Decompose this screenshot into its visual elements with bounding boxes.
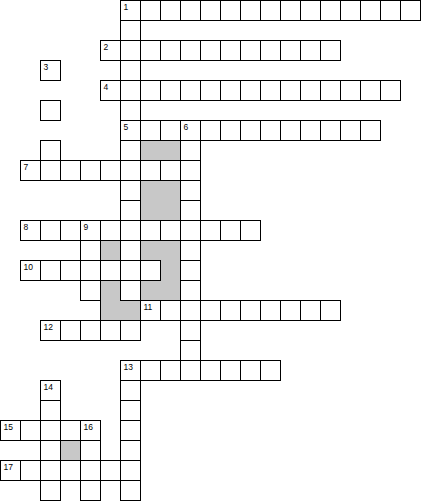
cell[interactable]	[240, 0, 261, 21]
cell[interactable]	[100, 40, 121, 61]
cell[interactable]	[20, 420, 41, 441]
shaded-cell	[140, 280, 161, 301]
cell[interactable]	[120, 120, 141, 141]
cell[interactable]	[140, 0, 161, 21]
cell[interactable]	[220, 80, 241, 101]
cell[interactable]	[360, 0, 381, 21]
cell[interactable]	[120, 20, 141, 41]
cell[interactable]	[120, 280, 141, 301]
cell[interactable]	[140, 220, 161, 241]
cell[interactable]	[180, 180, 201, 201]
cell[interactable]	[60, 420, 81, 441]
cell[interactable]	[180, 0, 201, 21]
cell[interactable]	[80, 440, 101, 461]
cell[interactable]	[40, 160, 61, 181]
cell[interactable]	[120, 180, 141, 201]
cell[interactable]	[140, 160, 161, 181]
cell[interactable]	[240, 220, 261, 241]
cell[interactable]	[380, 80, 401, 101]
shaded-cell	[140, 140, 161, 161]
cell[interactable]	[280, 300, 301, 321]
cell[interactable]	[120, 440, 141, 461]
cell[interactable]	[140, 120, 161, 141]
cell[interactable]	[140, 260, 161, 281]
shaded-cell	[140, 200, 161, 221]
cell[interactable]	[280, 120, 301, 141]
shaded-cell	[160, 240, 181, 261]
shaded-cell	[160, 140, 181, 161]
cell[interactable]	[100, 260, 121, 281]
cell[interactable]	[200, 80, 221, 101]
cell[interactable]	[180, 140, 201, 161]
cell[interactable]	[240, 80, 261, 101]
cell[interactable]	[80, 240, 101, 261]
cell[interactable]	[160, 0, 181, 21]
cell[interactable]	[80, 220, 101, 241]
cell[interactable]	[160, 220, 181, 241]
cell[interactable]	[120, 160, 141, 181]
cell[interactable]	[100, 160, 121, 181]
shaded-cell	[120, 300, 141, 321]
cell[interactable]	[240, 300, 261, 321]
cell[interactable]	[60, 460, 81, 481]
shaded-cell	[160, 260, 181, 281]
cell[interactable]	[240, 120, 261, 141]
cell[interactable]	[220, 300, 241, 321]
cell[interactable]	[180, 200, 201, 221]
cell[interactable]	[160, 300, 181, 321]
cell[interactable]	[20, 460, 41, 481]
cell[interactable]	[120, 80, 141, 101]
cell[interactable]	[40, 480, 61, 501]
cell[interactable]	[240, 360, 261, 381]
cell[interactable]	[120, 240, 141, 261]
cell[interactable]	[320, 80, 341, 101]
cell[interactable]	[140, 300, 161, 321]
cell[interactable]	[100, 320, 121, 341]
cell[interactable]	[280, 80, 301, 101]
cell[interactable]	[120, 420, 141, 441]
cell[interactable]	[180, 160, 201, 181]
cell[interactable]	[260, 0, 281, 21]
cell[interactable]	[180, 320, 201, 341]
cell[interactable]	[40, 400, 61, 421]
cell[interactable]	[380, 0, 401, 21]
cell[interactable]	[40, 420, 61, 441]
cell[interactable]	[260, 300, 281, 321]
cell[interactable]	[180, 340, 201, 361]
cell[interactable]	[220, 40, 241, 61]
cell[interactable]	[80, 320, 101, 341]
cell[interactable]	[180, 260, 201, 281]
cell[interactable]	[120, 100, 141, 121]
crossword-grid: 1234567891011121314151617	[0, 0, 421, 501]
cell[interactable]	[40, 320, 61, 341]
cell[interactable]	[60, 220, 81, 241]
cell[interactable]	[300, 120, 321, 141]
cell[interactable]	[120, 220, 141, 241]
cell[interactable]	[60, 260, 81, 281]
cell[interactable]	[240, 40, 261, 61]
cell[interactable]	[320, 300, 341, 321]
cell[interactable]	[360, 120, 381, 141]
cell[interactable]	[60, 160, 81, 181]
cell[interactable]	[100, 80, 121, 101]
cell[interactable]	[320, 120, 341, 141]
cell[interactable]	[220, 220, 241, 241]
cell[interactable]	[200, 300, 221, 321]
cell[interactable]	[160, 160, 181, 181]
cell[interactable]	[200, 120, 221, 141]
cell[interactable]	[300, 300, 321, 321]
cell[interactable]	[180, 360, 201, 381]
shaded-cell	[60, 440, 81, 461]
shaded-cell	[100, 240, 121, 261]
cell[interactable]	[120, 260, 141, 281]
cell[interactable]	[80, 480, 101, 501]
cell[interactable]	[200, 40, 221, 61]
shaded-cell	[140, 240, 161, 261]
cell[interactable]	[40, 140, 61, 161]
cell[interactable]	[40, 460, 61, 481]
cell[interactable]	[120, 200, 141, 221]
cell[interactable]	[160, 120, 181, 141]
cell[interactable]	[280, 0, 301, 21]
cell[interactable]	[160, 80, 181, 101]
shaded-cell	[160, 180, 181, 201]
cell[interactable]	[80, 420, 101, 441]
cell[interactable]	[80, 160, 101, 181]
cell[interactable]	[260, 120, 281, 141]
cell[interactable]	[180, 220, 201, 241]
cell[interactable]	[320, 0, 341, 21]
cell[interactable]	[280, 40, 301, 61]
cell[interactable]	[200, 0, 221, 21]
cell[interactable]	[40, 380, 61, 401]
cell[interactable]	[20, 220, 41, 241]
cell[interactable]	[300, 80, 321, 101]
shaded-cell	[100, 280, 121, 301]
cell[interactable]	[80, 260, 101, 281]
cell[interactable]	[120, 480, 141, 501]
cell[interactable]	[200, 220, 221, 241]
cell[interactable]	[360, 80, 381, 101]
cell[interactable]	[180, 240, 201, 261]
cell[interactable]	[100, 220, 121, 241]
cell[interactable]	[120, 460, 141, 481]
cell[interactable]	[40, 260, 61, 281]
cell[interactable]	[40, 440, 61, 461]
cell[interactable]	[260, 40, 281, 61]
cell[interactable]	[120, 380, 141, 401]
cell[interactable]	[320, 40, 341, 61]
cell[interactable]	[80, 460, 101, 481]
cell[interactable]	[400, 0, 421, 21]
cell[interactable]	[340, 0, 361, 21]
cell[interactable]	[180, 120, 201, 141]
cell[interactable]	[120, 140, 141, 161]
shaded-cell	[160, 280, 181, 301]
cell[interactable]	[180, 40, 201, 61]
cell[interactable]	[340, 120, 361, 141]
cell[interactable]	[120, 0, 141, 21]
cell[interactable]	[200, 360, 221, 381]
cell[interactable]	[20, 260, 41, 281]
cell[interactable]	[120, 360, 141, 381]
cell[interactable]	[220, 120, 241, 141]
cell[interactable]	[0, 420, 21, 441]
cell[interactable]	[160, 360, 181, 381]
shaded-cell	[100, 300, 121, 321]
cell[interactable]	[120, 320, 141, 341]
cell[interactable]	[300, 0, 321, 21]
shaded-cell	[140, 180, 161, 201]
cell[interactable]	[180, 280, 201, 301]
cell[interactable]	[140, 40, 161, 61]
cell[interactable]	[140, 80, 161, 101]
cell[interactable]	[180, 300, 201, 321]
cell[interactable]	[220, 360, 241, 381]
cell[interactable]	[340, 80, 361, 101]
cell[interactable]	[120, 40, 141, 61]
cell[interactable]	[40, 220, 61, 241]
cell[interactable]	[160, 40, 181, 61]
cell[interactable]	[120, 60, 141, 81]
cell[interactable]	[300, 40, 321, 61]
cell[interactable]	[0, 460, 21, 481]
cell[interactable]	[120, 400, 141, 421]
cell[interactable]	[140, 360, 161, 381]
cell[interactable]	[260, 80, 281, 101]
cell[interactable]	[220, 0, 241, 21]
cell[interactable]	[40, 60, 61, 81]
cell[interactable]	[40, 100, 61, 121]
cell[interactable]	[20, 160, 41, 181]
shaded-cell	[160, 200, 181, 221]
cell[interactable]	[180, 80, 201, 101]
cell[interactable]	[260, 360, 281, 381]
cell[interactable]	[80, 280, 101, 301]
cell[interactable]	[60, 320, 81, 341]
cell[interactable]	[100, 460, 121, 481]
